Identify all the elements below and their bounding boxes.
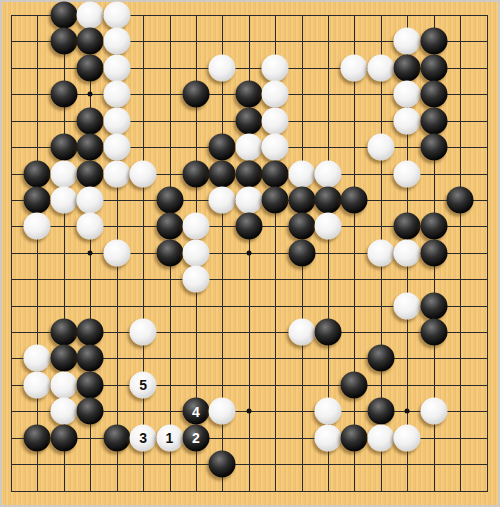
stone-black: [288, 186, 315, 213]
stone-white: [315, 398, 342, 425]
stone-black: [420, 239, 447, 266]
stone-white: [24, 371, 51, 398]
grid-line-vertical: [354, 15, 355, 492]
stone-black: [156, 239, 183, 266]
grid-line-vertical: [487, 15, 488, 492]
stone-black: [367, 398, 394, 425]
stone-white: [77, 213, 104, 240]
stone-white: [130, 160, 157, 187]
stone-black: [420, 134, 447, 161]
stone-white: [315, 213, 342, 240]
stone-white: [50, 186, 77, 213]
stone-white: [315, 424, 342, 451]
stone-black: [50, 81, 77, 108]
stone-white-move-1: 1: [156, 424, 183, 451]
stone-black: [24, 160, 51, 187]
stone-black: [235, 213, 262, 240]
stone-white: [235, 134, 262, 161]
stone-white: [394, 107, 421, 134]
stone-white: [103, 28, 130, 55]
move-number-label: 5: [139, 378, 147, 392]
stone-black: [315, 186, 342, 213]
stone-black: [77, 134, 104, 161]
stone-white: [103, 81, 130, 108]
move-number-label: 2: [192, 431, 200, 445]
stone-black: [77, 160, 104, 187]
stone-white: [50, 371, 77, 398]
stone-black: [288, 239, 315, 266]
stone-black-move-2: 2: [182, 424, 209, 451]
stone-black: [209, 134, 236, 161]
stone-black: [209, 160, 236, 187]
stone-black: [341, 186, 368, 213]
stone-white: [315, 160, 342, 187]
stone-white: [103, 54, 130, 81]
stone-white-move-3: 3: [130, 424, 157, 451]
stone-black: [367, 345, 394, 372]
stone-white: [209, 398, 236, 425]
stone-white-move-5: 5: [130, 371, 157, 398]
stone-white: [341, 54, 368, 81]
stone-black: [50, 319, 77, 346]
stone-white: [394, 239, 421, 266]
move-number-label: 4: [192, 404, 200, 418]
stone-white: [394, 160, 421, 187]
stone-white: [262, 54, 289, 81]
grid-line-vertical: [460, 15, 461, 492]
stone-white: [288, 319, 315, 346]
stone-white: [182, 213, 209, 240]
star-point: [246, 250, 251, 255]
stone-black: [50, 2, 77, 29]
stone-white: [367, 54, 394, 81]
stone-white: [209, 186, 236, 213]
stone-black: [420, 213, 447, 240]
stone-white: [394, 81, 421, 108]
stone-white: [394, 292, 421, 319]
grid-line-horizontal: [11, 464, 488, 465]
stone-white: [182, 239, 209, 266]
stone-white: [367, 424, 394, 451]
stone-white: [77, 186, 104, 213]
stone-white: [103, 239, 130, 266]
star-point: [88, 250, 93, 255]
stone-black: [420, 28, 447, 55]
stone-white: [24, 213, 51, 240]
stone-white: [103, 2, 130, 29]
stone-white: [262, 107, 289, 134]
stone-black: [77, 319, 104, 346]
grid-line-horizontal: [11, 279, 488, 280]
stone-white: [235, 186, 262, 213]
stone-black: [77, 398, 104, 425]
stone-black: [394, 213, 421, 240]
stone-black: [182, 160, 209, 187]
move-number-label: 1: [166, 431, 174, 445]
stone-black: [156, 213, 183, 240]
stone-white: [367, 239, 394, 266]
stone-white: [288, 160, 315, 187]
stone-black: [182, 81, 209, 108]
stone-white: [262, 134, 289, 161]
stone-black: [447, 186, 474, 213]
stone-white: [103, 107, 130, 134]
stone-black: [420, 107, 447, 134]
stone-black: [288, 213, 315, 240]
stone-black: [420, 292, 447, 319]
stone-white: [103, 134, 130, 161]
stone-black: [235, 160, 262, 187]
stone-white: [24, 345, 51, 372]
grid-line-horizontal: [11, 491, 488, 492]
stone-white: [130, 319, 157, 346]
stone-white: [50, 398, 77, 425]
stone-black: [77, 28, 104, 55]
stone-black: [50, 28, 77, 55]
stone-black: [103, 424, 130, 451]
stone-white: [182, 266, 209, 293]
stone-black: [209, 451, 236, 478]
stone-white: [367, 134, 394, 161]
stone-black: [341, 424, 368, 451]
stone-black: [156, 186, 183, 213]
stone-white: [209, 54, 236, 81]
stone-black: [394, 54, 421, 81]
stone-black: [420, 81, 447, 108]
star-point: [405, 409, 410, 414]
stone-black: [315, 319, 342, 346]
move-number-label: 3: [139, 431, 147, 445]
stone-black: [341, 371, 368, 398]
stone-black: [50, 134, 77, 161]
stone-white: [394, 28, 421, 55]
star-point: [246, 409, 251, 414]
stone-white: [103, 160, 130, 187]
stone-black: [262, 160, 289, 187]
stone-black: [235, 107, 262, 134]
stone-white: [262, 81, 289, 108]
stone-black: [50, 424, 77, 451]
star-point: [88, 92, 93, 97]
stone-black: [235, 81, 262, 108]
stone-black: [77, 345, 104, 372]
go-board[interactable]: 54312: [0, 0, 500, 507]
stone-white: [420, 398, 447, 425]
stone-black: [77, 107, 104, 134]
stone-black-move-4: 4: [182, 398, 209, 425]
stone-white: [50, 160, 77, 187]
stone-white: [394, 424, 421, 451]
stone-black: [420, 54, 447, 81]
stone-white: [77, 2, 104, 29]
stone-black: [420, 319, 447, 346]
stone-black: [24, 186, 51, 213]
stone-black: [50, 345, 77, 372]
stone-black: [262, 186, 289, 213]
stone-black: [24, 424, 51, 451]
stone-black: [77, 371, 104, 398]
stone-black: [77, 54, 104, 81]
